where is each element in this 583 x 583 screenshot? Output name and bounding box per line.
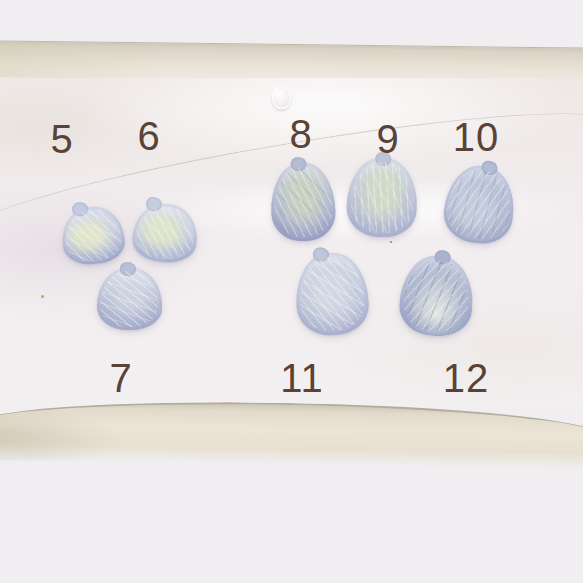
item-number-11: 11: [280, 358, 324, 398]
dust-speck-2: [390, 241, 392, 243]
item-number-5: 5: [50, 119, 73, 159]
stone-7: [97, 268, 162, 330]
item-number-8: 8: [289, 114, 312, 154]
item-number-7: 7: [109, 358, 132, 398]
tray-bottom-rim: [0, 398, 583, 470]
item-number-12: 12: [443, 358, 490, 398]
item-number-9: 9: [376, 119, 399, 159]
item-number-10: 10: [453, 117, 500, 157]
glass-droplet: [272, 86, 291, 109]
dust-speck-1: [41, 295, 44, 298]
item-number-6: 6: [137, 116, 160, 156]
photo-canvas: 56891071112: [0, 0, 583, 583]
